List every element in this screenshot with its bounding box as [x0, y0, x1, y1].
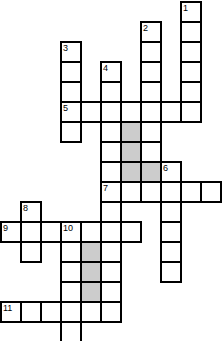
cell-r11c8[interactable]	[160, 221, 182, 243]
cell-r11c1[interactable]	[20, 221, 42, 243]
cell-r8c5[interactable]	[100, 161, 122, 183]
cell-r9c7[interactable]	[140, 181, 162, 203]
cell-r11c0[interactable]: 9	[0, 221, 22, 243]
cell-r1c9[interactable]	[180, 21, 202, 43]
cell-r14c5[interactable]	[100, 281, 122, 303]
cell-r9c5[interactable]: 7	[100, 181, 122, 203]
clue-number-10: 10	[63, 223, 73, 233]
cell-r8c8[interactable]: 6	[160, 161, 182, 183]
clue-number-2: 2	[143, 23, 148, 33]
clue-number-8: 8	[23, 203, 28, 213]
cell-r4c5[interactable]	[100, 81, 122, 103]
cell-r6c5[interactable]	[100, 121, 122, 143]
cell-r12c5[interactable]	[100, 241, 122, 263]
clue-number-3: 3	[63, 43, 68, 53]
cell-r15c0[interactable]: 11	[0, 301, 22, 323]
cell-r12c3[interactable]	[60, 241, 82, 263]
cell-r12c8[interactable]	[160, 241, 182, 263]
cell-r5c3[interactable]: 5	[60, 101, 82, 123]
cell-r1c7[interactable]: 2	[140, 21, 162, 43]
cell-r13c8[interactable]	[160, 261, 182, 283]
cell-r10c1[interactable]: 8	[20, 201, 42, 223]
cell-r7c7[interactable]	[140, 141, 162, 163]
cell-r2c7[interactable]	[140, 41, 162, 63]
cell-r5c9[interactable]	[180, 101, 202, 123]
clue-number-4: 4	[103, 63, 108, 73]
cell-r4c9[interactable]	[180, 81, 202, 103]
clue-number-1: 1	[183, 3, 188, 13]
cell-r11c4[interactable]	[80, 221, 102, 243]
clue-number-6: 6	[163, 163, 168, 173]
cell-r0c9[interactable]: 1	[180, 1, 202, 23]
cell-r15c2[interactable]	[40, 301, 62, 323]
clue-number-7: 7	[103, 183, 108, 193]
cell-r11c6[interactable]	[120, 221, 142, 243]
shaded-cell-r8c7	[140, 161, 162, 183]
cell-r2c3[interactable]: 3	[60, 41, 82, 63]
cell-r12c1[interactable]	[20, 241, 42, 263]
cell-r5c7[interactable]	[140, 101, 162, 123]
cell-r9c6[interactable]	[120, 181, 142, 203]
cell-r4c3[interactable]	[60, 81, 82, 103]
cell-r15c1[interactable]	[20, 301, 42, 323]
shaded-cell-r13c4	[80, 261, 102, 283]
cell-r16c3[interactable]	[60, 321, 82, 341]
cell-r14c3[interactable]	[60, 281, 82, 303]
cell-r3c9[interactable]	[180, 61, 202, 83]
cell-r5c8[interactable]	[160, 101, 182, 123]
shaded-cell-r8c6	[120, 161, 142, 183]
shaded-cell-r6c6	[120, 121, 142, 143]
shaded-cell-r14c4	[80, 281, 102, 303]
cell-r3c7[interactable]	[140, 61, 162, 83]
cell-r5c6[interactable]	[120, 101, 142, 123]
shaded-cell-r7c6	[120, 141, 142, 163]
cell-r11c3[interactable]: 10	[60, 221, 82, 243]
cell-r9c8[interactable]	[160, 181, 182, 203]
cell-r3c3[interactable]	[60, 61, 82, 83]
cell-r9c10[interactable]	[200, 181, 222, 203]
crossword-board: 1234567891011	[0, 0, 221, 341]
cell-r13c5[interactable]	[100, 261, 122, 283]
cell-r13c3[interactable]	[60, 261, 82, 283]
cell-r7c5[interactable]	[100, 141, 122, 163]
cell-r10c8[interactable]	[160, 201, 182, 223]
shaded-cell-r12c4	[80, 241, 102, 263]
cell-r3c5[interactable]: 4	[100, 61, 122, 83]
cell-r11c2[interactable]	[40, 221, 62, 243]
cell-r2c9[interactable]	[180, 41, 202, 63]
cell-r11c5[interactable]	[100, 221, 122, 243]
clue-number-11: 11	[3, 303, 12, 313]
cell-r6c7[interactable]	[140, 121, 162, 143]
cell-r15c5[interactable]	[100, 301, 122, 323]
cell-r15c4[interactable]	[80, 301, 102, 323]
cell-r9c9[interactable]	[180, 181, 202, 203]
cell-r15c3[interactable]	[60, 301, 82, 323]
clue-number-9: 9	[3, 223, 8, 233]
cell-r6c3[interactable]	[60, 121, 82, 143]
cell-r10c5[interactable]	[100, 201, 122, 223]
cell-r5c5[interactable]	[100, 101, 122, 123]
clue-number-5: 5	[63, 103, 68, 113]
cell-r4c7[interactable]	[140, 81, 162, 103]
cell-r5c4[interactable]	[80, 101, 102, 123]
